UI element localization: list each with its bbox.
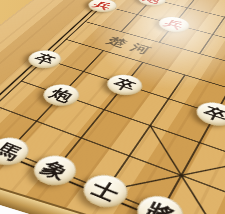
piece-character: 卒 [111,77,139,94]
piece-character: 炮 [47,86,76,103]
piece-character: 炮 [141,0,163,4]
xiangqi-board[interactable]: 楚河 漢界 車馬相仕帥仕相馬車炮炮兵兵兵兵兵卒卒卒卒卒炮炮車馬象士將士象馬車 [0,0,225,214]
photo-frame: 楚河 漢界 車馬相仕帥仕相馬車炮炮兵兵兵兵兵卒卒卒卒卒炮炮車馬象士將士象馬車 [0,0,225,214]
piece-character: 卒 [31,52,58,67]
piece-character: 象 [38,158,72,182]
piece-character: 兵 [162,18,185,30]
piece-character: 將 [142,199,178,214]
piece-character: 馬 [0,140,25,162]
piece-character: 卒 [201,105,225,124]
piece-character: 士 [88,178,123,204]
piece-character: 兵 [91,0,113,11]
